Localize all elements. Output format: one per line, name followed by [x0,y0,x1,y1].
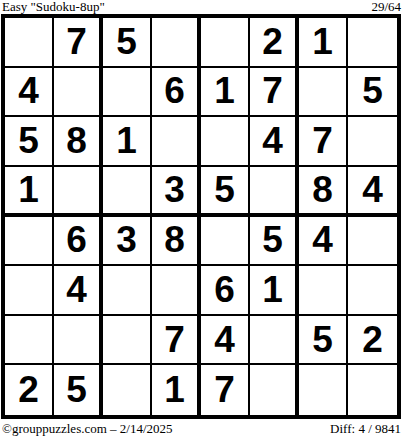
given-cell-r3c7: 7 [299,117,348,167]
given-cell-r6c2: 4 [54,266,103,316]
page-footer: ©grouppuzzles.com – 2/14/2025 Diff: 4 / … [2,421,401,436]
empty-cell-r8c3 [103,365,152,415]
empty-cell-r3c4 [152,117,201,167]
given-cell-r5c4: 8 [152,217,201,267]
puzzle-title: Easy "Sudoku-8up" [2,0,105,14]
empty-cell-r6c4 [152,266,201,316]
empty-cell-r6c8 [348,266,397,316]
given-cell-r2c8: 5 [348,68,397,118]
empty-cell-r1c1 [5,18,54,68]
given-cell-r1c2: 7 [54,18,103,68]
given-cell-r2c4: 6 [152,68,201,118]
given-cell-r3c2: 8 [54,117,103,167]
given-cell-r1c6: 2 [250,18,299,68]
empty-cell-r5c5 [201,217,250,267]
page-indicator: 29/64 [371,0,401,14]
given-cell-r2c1: 4 [5,68,54,118]
empty-cell-r4c3 [103,167,152,217]
empty-cell-r6c3 [103,266,152,316]
empty-cell-r8c8 [348,365,397,415]
empty-cell-r8c7 [299,365,348,415]
given-cell-r8c2: 5 [54,365,103,415]
given-cell-r2c6: 7 [250,68,299,118]
copyright-text: ©grouppuzzles.com – 2/14/2025 [2,421,173,436]
empty-cell-r1c8 [348,18,397,68]
given-cell-r7c4: 7 [152,316,201,366]
given-cell-r8c4: 1 [152,365,201,415]
given-cell-r1c3: 5 [103,18,152,68]
given-cell-r7c7: 5 [299,316,348,366]
empty-cell-r8c6 [250,365,299,415]
given-cell-r4c1: 1 [5,167,54,217]
empty-cell-r6c7 [299,266,348,316]
empty-cell-r1c4 [152,18,201,68]
given-cell-r4c5: 5 [201,167,250,217]
given-cell-r5c2: 6 [54,217,103,267]
empty-cell-r2c2 [54,68,103,118]
sudoku-board: 75214617558147135846385446174522517 [1,14,401,419]
given-cell-r3c6: 4 [250,117,299,167]
given-cell-r6c6: 1 [250,266,299,316]
given-cell-r6c5: 6 [201,266,250,316]
empty-cell-r6c1 [5,266,54,316]
given-cell-r1c7: 1 [299,18,348,68]
empty-cell-r4c6 [250,167,299,217]
empty-cell-r5c1 [5,217,54,267]
difficulty-text: Diff: 4 / 9841 [330,421,401,436]
empty-cell-r4c2 [54,167,103,217]
empty-cell-r1c5 [201,18,250,68]
given-cell-r5c6: 5 [250,217,299,267]
given-cell-r7c5: 4 [201,316,250,366]
empty-cell-r7c3 [103,316,152,366]
page-header: Easy "Sudoku-8up" 29/64 [2,0,401,14]
empty-cell-r5c8 [348,217,397,267]
given-cell-r5c3: 3 [103,217,152,267]
given-cell-r3c1: 5 [5,117,54,167]
given-cell-r4c8: 4 [348,167,397,217]
given-cell-r2c5: 1 [201,68,250,118]
empty-cell-r7c1 [5,316,54,366]
empty-cell-r7c6 [250,316,299,366]
empty-cell-r3c8 [348,117,397,167]
given-cell-r8c5: 7 [201,365,250,415]
given-cell-r3c3: 1 [103,117,152,167]
given-cell-r8c1: 2 [5,365,54,415]
given-cell-r4c7: 8 [299,167,348,217]
empty-cell-r7c2 [54,316,103,366]
empty-cell-r2c3 [103,68,152,118]
given-cell-r5c7: 4 [299,217,348,267]
given-cell-r7c8: 2 [348,316,397,366]
empty-cell-r3c5 [201,117,250,167]
empty-cell-r2c7 [299,68,348,118]
given-cell-r4c4: 3 [152,167,201,217]
